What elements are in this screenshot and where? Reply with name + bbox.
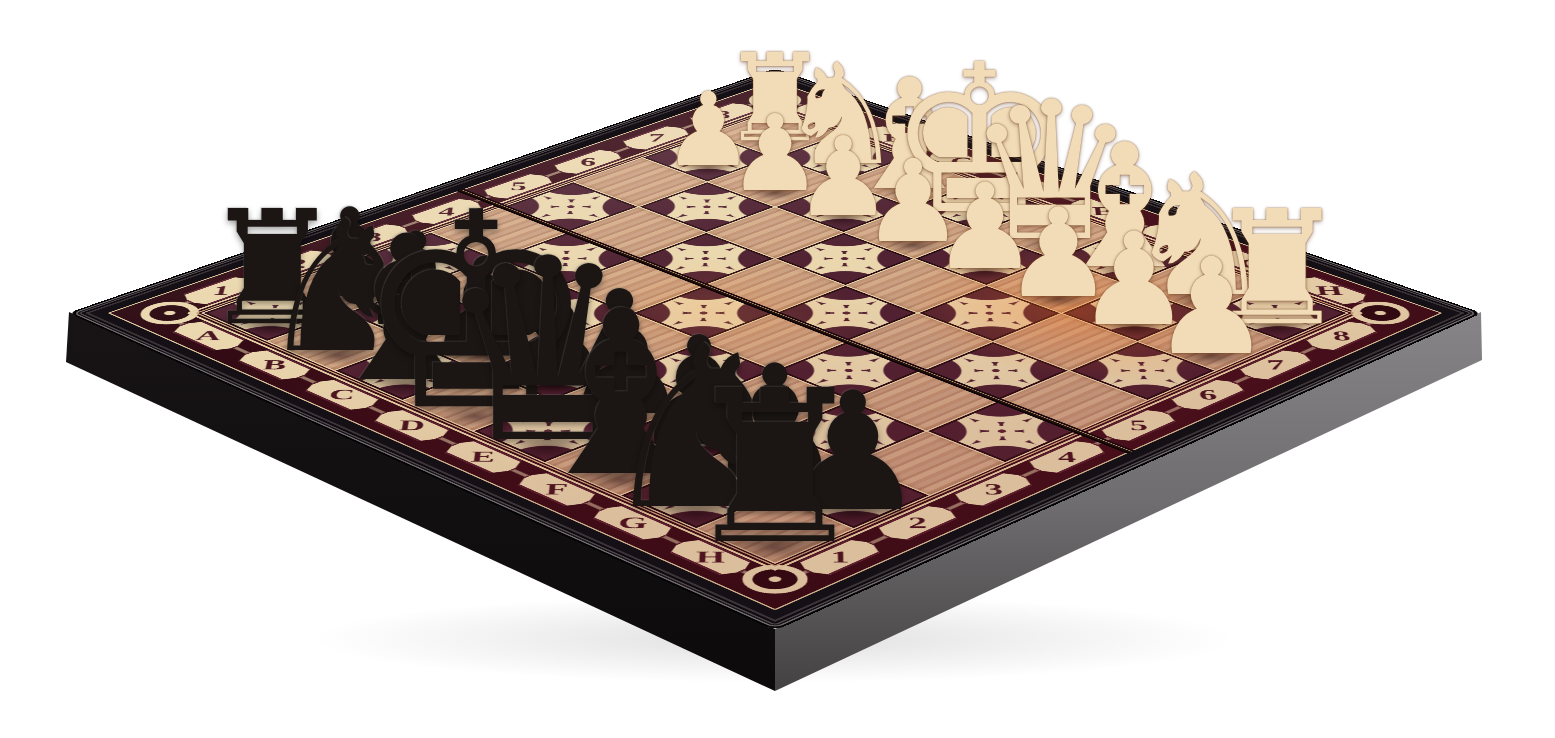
product-photo-scene: ABCDEFGH ABCDEFGH 87654321 87654321 ♜♞♝♚…	[0, 0, 1555, 738]
piece-black-rook-h1[interactable]: ♜	[680, 363, 870, 574]
coordinate-label: 7	[648, 132, 664, 143]
coordinate-label: 5	[1128, 418, 1148, 433]
piece-white-pawn-h7[interactable]: ♟	[1152, 240, 1271, 373]
coordinate-label: 4	[1057, 449, 1077, 464]
coordinate-label: 6	[1198, 388, 1218, 402]
coordinate-label: 3	[983, 482, 1003, 498]
